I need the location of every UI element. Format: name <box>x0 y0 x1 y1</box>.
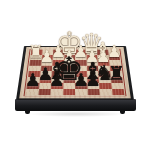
board-square <box>75 50 86 55</box>
board-square <box>87 77 99 83</box>
board-square <box>99 83 112 89</box>
board-frame-front <box>15 99 136 111</box>
board-square <box>109 65 121 71</box>
board-square <box>75 71 87 77</box>
board-square <box>63 65 75 71</box>
board-foot-left <box>25 110 30 114</box>
board-square <box>111 89 124 95</box>
board-square <box>50 89 63 95</box>
board-foot-right <box>120 110 125 114</box>
board-square <box>63 89 75 95</box>
board-square <box>39 77 51 83</box>
board-square <box>99 89 112 95</box>
board-square <box>52 60 64 65</box>
board-square <box>31 50 43 55</box>
board-square <box>51 83 63 89</box>
board-grid <box>26 50 125 96</box>
board-square <box>38 89 51 95</box>
board-square <box>41 55 53 60</box>
board-square <box>28 71 40 77</box>
board-square <box>86 55 97 60</box>
board-square <box>87 89 100 95</box>
board-square <box>75 89 87 95</box>
board-square <box>97 60 109 65</box>
board-square <box>26 89 39 95</box>
ground-shadow <box>28 111 126 117</box>
chess-board <box>16 46 134 100</box>
chess-set-photo: ♚♛♜♟♟♝♟♟♟♟♟♟♝♚♝♞♜♟♟♟♟ <box>0 0 150 150</box>
